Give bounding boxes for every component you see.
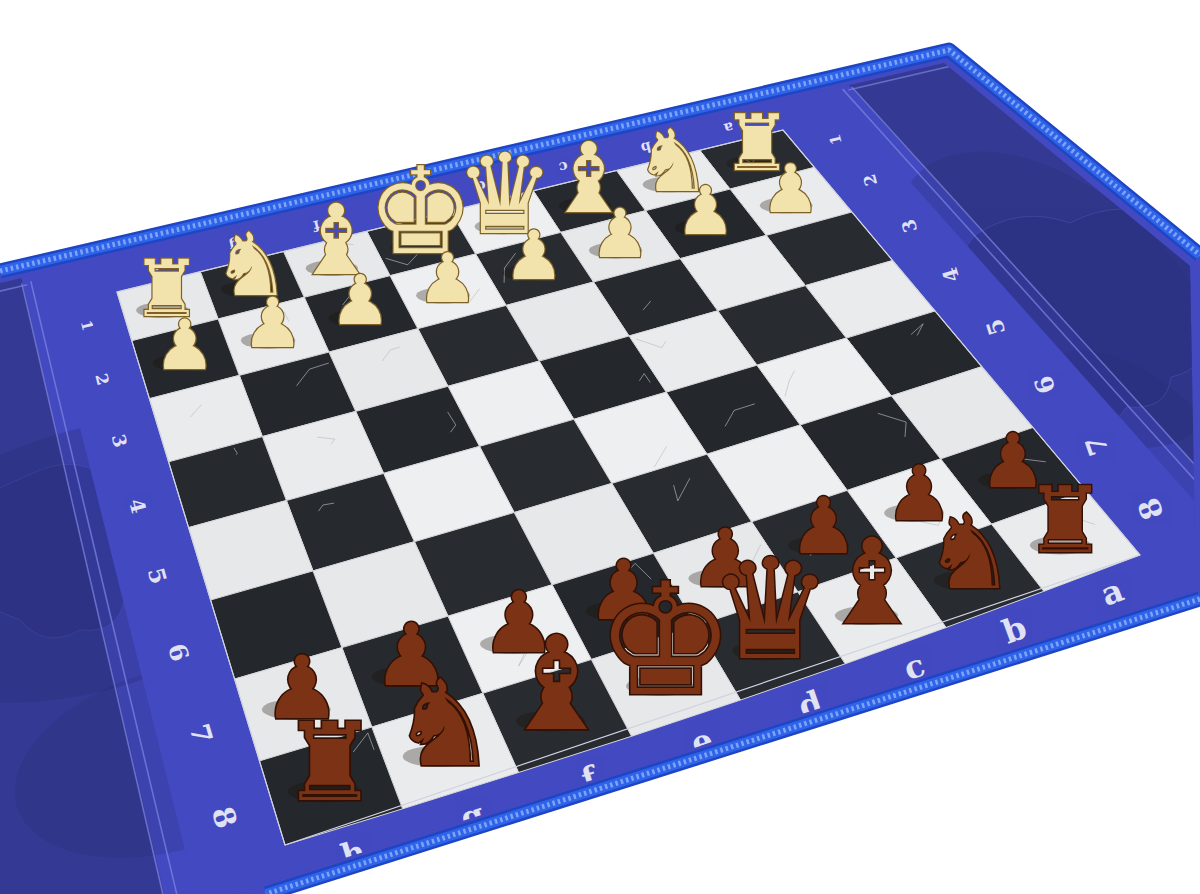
piece-black-rook-h8[interactable]: ♜ [281,700,378,826]
piece-white-pawn-c2[interactable]: ♟ [590,194,650,273]
piece-black-knight-b8[interactable]: ♞ [924,493,1016,612]
piece-white-pawn-d2[interactable]: ♟ [504,216,565,295]
piece-white-pawn-a2[interactable]: ♟ [761,150,821,228]
piece-black-knight-g8[interactable]: ♞ [391,655,498,793]
piece-black-bishop-f8[interactable]: ♝ [498,608,615,760]
piece-white-pawn-g2[interactable]: ♟ [242,283,304,363]
piece-white-pawn-b2[interactable]: ♟ [675,172,735,250]
piece-black-bishop-c8[interactable]: ♝ [819,513,925,651]
piece-white-pawn-e2[interactable]: ♟ [417,239,478,318]
chessboard-on-mat: aa11bb22cc33dd44ee55ff66gg77hh88♜♞♟♝♛♟♚♟… [0,0,1200,894]
piece-black-king-e8[interactable]: ♚ [596,550,735,731]
piece-black-rook-a8[interactable]: ♜ [1024,467,1106,574]
photo-scene: aa11bb22cc33dd44ee55ff66gg77hh88♜♞♟♝♛♟♚♟… [0,0,1200,894]
piece-white-pawn-f2[interactable]: ♟ [330,260,392,340]
piece-white-pawn-h2[interactable]: ♟ [154,305,216,385]
